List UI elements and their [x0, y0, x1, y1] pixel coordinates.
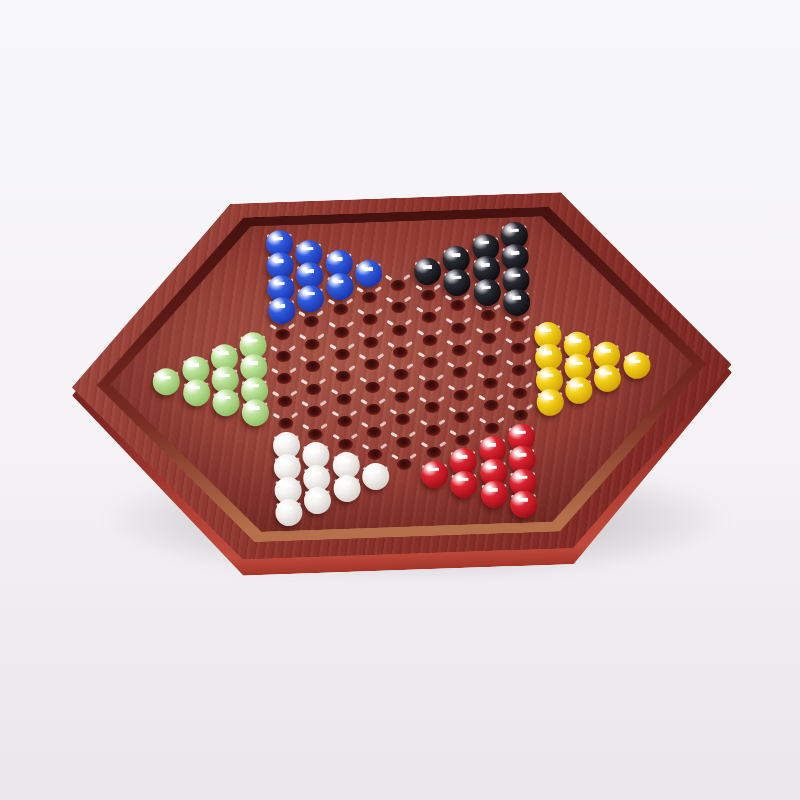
board-hole[interactable] — [412, 261, 442, 284]
chinese-checkers-board — [66, 187, 739, 582]
board-hole[interactable] — [354, 286, 384, 309]
board-hole[interactable] — [298, 355, 328, 378]
board-hole[interactable] — [386, 341, 416, 364]
hole-pit — [307, 406, 322, 418]
board-hole[interactable] — [503, 314, 533, 337]
board-hole[interactable] — [472, 282, 502, 305]
hole-pit — [277, 396, 292, 408]
hole-pit — [335, 371, 350, 383]
board-hole[interactable] — [361, 465, 391, 488]
hole-pit — [306, 384, 321, 396]
board-hole[interactable] — [449, 473, 479, 496]
marble-green[interactable] — [182, 378, 210, 406]
hole-pit — [512, 388, 527, 400]
board-hole[interactable] — [413, 284, 443, 307]
hole-pit — [338, 439, 353, 451]
board-hole[interactable] — [181, 382, 211, 405]
board-hole[interactable] — [416, 351, 446, 374]
board-hole[interactable] — [418, 418, 448, 441]
board-hole[interactable] — [414, 306, 444, 329]
board-hole[interactable] — [417, 396, 447, 419]
photo-scene — [0, 0, 800, 800]
hole-pit — [480, 310, 495, 322]
hole-pit — [392, 324, 407, 336]
board-hole[interactable] — [326, 320, 356, 343]
hole-pit — [367, 449, 382, 461]
hole-pit — [362, 292, 377, 304]
hole-pit — [452, 345, 467, 357]
marble-white[interactable] — [304, 487, 332, 515]
board-hole[interactable] — [387, 363, 417, 386]
board-hole[interactable] — [505, 382, 535, 405]
hole-pit — [454, 390, 469, 402]
board-hole[interactable] — [303, 490, 333, 513]
marble-black[interactable] — [414, 258, 442, 286]
board-hole[interactable] — [241, 402, 271, 425]
hole-pit — [484, 422, 499, 434]
board-hole[interactable] — [593, 367, 623, 390]
board-hole[interactable] — [355, 308, 385, 331]
board-hole[interactable] — [267, 322, 297, 345]
hole-pit — [425, 424, 440, 436]
board-hole[interactable] — [358, 376, 388, 399]
hole-pit — [513, 410, 528, 422]
hole-pit — [421, 312, 436, 324]
board-hole[interactable] — [268, 345, 298, 368]
board-hole[interactable] — [356, 331, 386, 354]
board-hole[interactable] — [269, 367, 299, 390]
hole-pit — [305, 361, 320, 373]
marble-white[interactable] — [333, 474, 361, 502]
board-hole[interactable] — [328, 365, 358, 388]
hole-pit — [511, 343, 526, 355]
board-hole[interactable] — [211, 392, 241, 415]
board-hole[interactable] — [329, 410, 359, 433]
board-hole[interactable] — [445, 339, 475, 362]
hole-pit — [363, 314, 378, 326]
board-hole[interactable] — [385, 318, 415, 341]
hole-pit — [278, 418, 293, 430]
hole-pit — [363, 337, 378, 349]
marble-white[interactable] — [275, 499, 303, 527]
hole-pit — [396, 414, 411, 426]
board-hole[interactable] — [443, 294, 473, 317]
marble-white[interactable] — [362, 462, 390, 490]
board-hole[interactable] — [296, 310, 326, 333]
hole-pit — [334, 326, 349, 338]
board-hole[interactable] — [296, 288, 326, 311]
board-hole[interactable] — [357, 353, 387, 376]
star-grid — [147, 220, 657, 529]
board-hole[interactable] — [502, 292, 532, 315]
hole-pit — [391, 279, 406, 291]
hole-pit — [366, 404, 381, 416]
board-hole[interactable] — [445, 361, 475, 384]
board-hole[interactable] — [384, 296, 414, 319]
marble-red[interactable] — [450, 470, 478, 498]
marble-green[interactable] — [153, 368, 181, 396]
board-hole[interactable] — [479, 484, 509, 507]
hole-pit — [510, 320, 525, 332]
board-hole[interactable] — [359, 420, 389, 443]
hole-pit — [455, 435, 470, 447]
hole-pit — [424, 379, 439, 391]
marble-blue[interactable] — [297, 285, 325, 313]
hole-pit — [426, 447, 441, 459]
marble-blue[interactable] — [355, 260, 383, 288]
board-hole[interactable] — [475, 371, 505, 394]
hole-pit — [392, 302, 407, 314]
board-hole[interactable] — [354, 263, 384, 286]
marble-green[interactable] — [212, 389, 240, 417]
board-hole[interactable] — [447, 406, 477, 429]
board-hole[interactable] — [327, 343, 357, 366]
hole-pit — [422, 335, 437, 347]
hole-pit — [276, 351, 291, 363]
board-hole[interactable] — [390, 453, 420, 476]
marble-yellow[interactable] — [536, 389, 564, 417]
hole-pit — [305, 339, 320, 351]
board-hole[interactable] — [473, 304, 503, 327]
board-hole[interactable] — [358, 398, 388, 421]
marble-blue[interactable] — [268, 297, 296, 325]
board-hole[interactable] — [444, 316, 474, 339]
hole-pit — [308, 428, 323, 440]
board-hole[interactable] — [270, 390, 300, 413]
hole-pit — [425, 402, 440, 414]
hole-pit — [483, 400, 498, 412]
hole-pit — [451, 322, 466, 334]
marble-yellow[interactable] — [565, 376, 593, 404]
hole-pit — [397, 459, 412, 471]
hole-pit — [337, 416, 352, 428]
marble-red[interactable] — [480, 480, 508, 508]
hole-pit — [396, 437, 411, 449]
hole-pit — [365, 381, 380, 393]
marble-black[interactable] — [503, 289, 531, 317]
hole-pit — [364, 359, 379, 371]
hole-pit — [421, 290, 436, 302]
marble-blue[interactable] — [326, 272, 354, 300]
marble-red[interactable] — [510, 491, 538, 519]
board-hole[interactable] — [446, 384, 476, 407]
board-hole[interactable] — [300, 400, 330, 423]
board-hole[interactable] — [564, 380, 594, 403]
hole-pit — [483, 377, 498, 389]
board-hole[interactable] — [388, 408, 418, 431]
board-hole[interactable] — [503, 337, 533, 360]
marble-green[interactable] — [242, 399, 270, 427]
board-hole[interactable] — [509, 494, 539, 517]
board-hole[interactable] — [299, 378, 329, 401]
hole-pit — [334, 349, 349, 361]
board-hole[interactable] — [442, 271, 472, 294]
board-hole[interactable] — [297, 333, 327, 356]
hole-pit — [367, 426, 382, 438]
board-hole[interactable] — [383, 273, 413, 296]
hole-pit — [395, 392, 410, 404]
marble-red[interactable] — [421, 460, 449, 488]
board-hole[interactable] — [474, 349, 504, 372]
board-hole[interactable] — [504, 359, 534, 382]
hole-pit — [275, 328, 290, 340]
board-hole[interactable] — [274, 502, 304, 525]
board-hole[interactable] — [476, 394, 506, 417]
hole-pit — [394, 369, 409, 381]
hole-pit — [336, 394, 351, 406]
board-hole[interactable] — [151, 371, 181, 394]
board-hole[interactable] — [420, 463, 450, 486]
hole-pit — [304, 316, 319, 328]
hole-pit — [482, 355, 497, 367]
board-hole[interactable] — [389, 431, 419, 454]
marble-black[interactable] — [473, 278, 501, 306]
board-hole[interactable] — [415, 329, 445, 352]
hole-pit — [333, 304, 348, 316]
board-hole[interactable] — [267, 300, 297, 323]
board-hole[interactable] — [387, 386, 417, 409]
board-hole[interactable] — [416, 373, 446, 396]
board-hole[interactable] — [622, 355, 652, 378]
hole-pit — [512, 365, 527, 377]
board-hole[interactable] — [332, 478, 362, 501]
board-hole[interactable] — [474, 327, 504, 350]
board-hole[interactable] — [329, 388, 359, 411]
hole-pit — [276, 373, 291, 385]
marble-yellow[interactable] — [623, 352, 651, 380]
board-hole[interactable] — [535, 392, 565, 415]
hole-pit — [423, 357, 438, 369]
hole-pit — [453, 367, 468, 379]
board-hole[interactable] — [325, 298, 355, 321]
hole-pit — [450, 300, 465, 312]
hole-pit — [393, 347, 408, 359]
hole-pit — [481, 332, 496, 344]
board-hole[interactable] — [325, 276, 355, 299]
hole-pit — [454, 412, 469, 424]
